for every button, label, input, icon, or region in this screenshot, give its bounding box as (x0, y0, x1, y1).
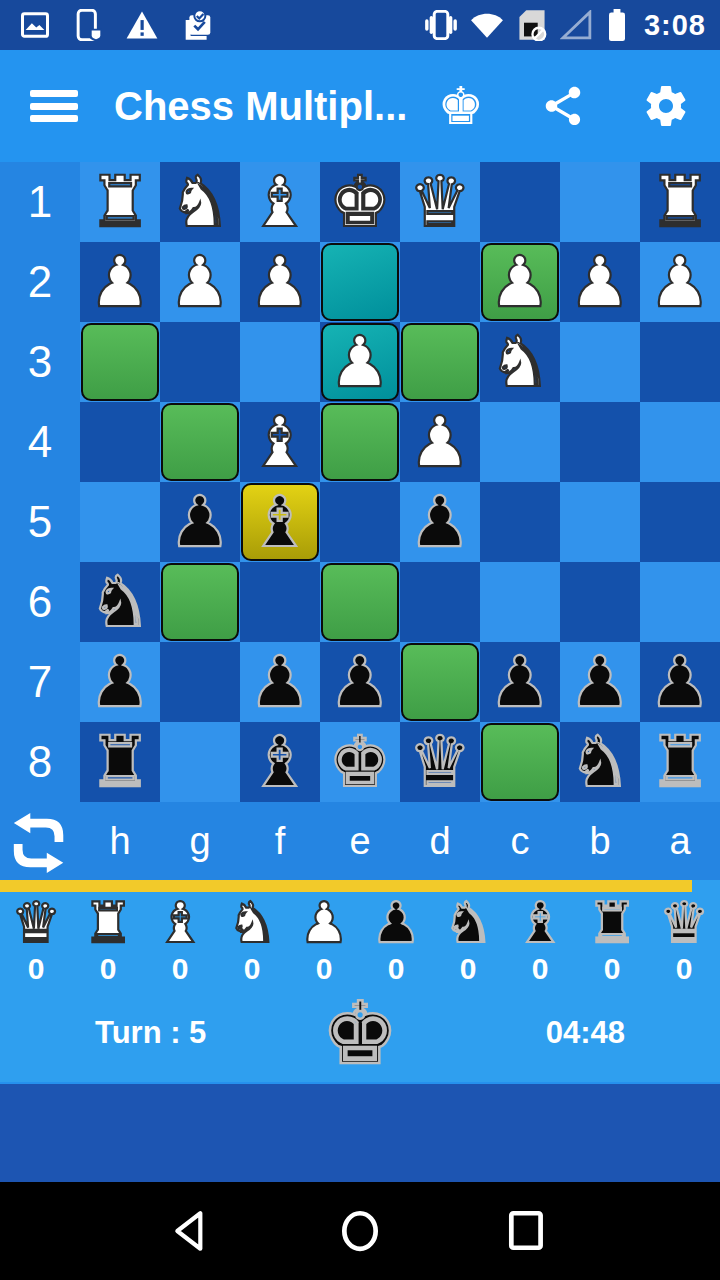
square-f2[interactable]: ♟ (240, 242, 320, 322)
square-g4[interactable] (160, 402, 240, 482)
piece-bp: ♟ (640, 642, 720, 722)
piece-wr: ♜ (640, 162, 720, 242)
android-nav-bar (0, 1182, 720, 1280)
square-a3[interactable] (640, 322, 720, 402)
square-c3[interactable]: ♞ (480, 322, 560, 402)
piece-wp: ♟ (560, 242, 640, 322)
square-h8[interactable]: ♜ (80, 722, 160, 802)
piece-br: ♜ (640, 722, 720, 802)
captured-piece-bb: ♝ (515, 892, 565, 954)
wifi-icon (470, 11, 504, 39)
square-b3[interactable] (560, 322, 640, 402)
rank-label-6: 6 (0, 562, 80, 642)
square-c8[interactable] (480, 722, 560, 802)
file-label-g: g (160, 820, 240, 863)
green-highlight (161, 403, 239, 481)
menu-icon[interactable] (30, 86, 78, 126)
square-h3[interactable] (80, 322, 160, 402)
square-e2[interactable] (320, 242, 400, 322)
square-c2[interactable]: ♟ (480, 242, 560, 322)
rank-label-8: 8 (0, 722, 80, 802)
square-b5[interactable] (560, 482, 640, 562)
captured-bn: ♞0 (432, 892, 504, 984)
captured-count: 0 (28, 954, 45, 984)
captured-piece-wr: ♜ (83, 892, 133, 954)
square-d8[interactable]: ♛ (400, 722, 480, 802)
captured-count: 0 (460, 954, 477, 984)
piece-wp: ♟ (80, 242, 160, 322)
square-f5[interactable]: ♝ (240, 482, 320, 562)
square-b6[interactable] (560, 562, 640, 642)
square-g1[interactable]: ♞ (160, 162, 240, 242)
square-g8[interactable] (160, 722, 240, 802)
captured-bq: ♛0 (648, 892, 720, 984)
file-label-c: c (480, 820, 560, 863)
piece-wn: ♞ (160, 162, 240, 242)
square-h2[interactable]: ♟ (80, 242, 160, 322)
piece-bb: ♝ (240, 722, 320, 802)
captured-piece-wq: ♛ (11, 892, 61, 954)
piece-bn: ♞ (560, 722, 640, 802)
square-e8[interactable]: ♚ (320, 722, 400, 802)
file-label-e: e (320, 820, 400, 863)
home-icon[interactable] (337, 1208, 383, 1254)
square-c4[interactable] (480, 402, 560, 482)
flip-board-icon[interactable] (0, 802, 80, 880)
captured-piece-bp: ♟ (371, 892, 421, 954)
teal-highlight (321, 243, 399, 321)
recents-icon[interactable] (504, 1208, 550, 1254)
file-label-h: h (80, 820, 160, 863)
square-a2[interactable]: ♟ (640, 242, 720, 322)
square-a8[interactable]: ♜ (640, 722, 720, 802)
piece-wb: ♝ (240, 402, 320, 482)
captured-count: 0 (388, 954, 405, 984)
captured-wq: ♛0 (0, 892, 72, 984)
square-a1[interactable]: ♜ (640, 162, 720, 242)
battery-icon (606, 9, 628, 41)
piece-bp: ♟ (240, 642, 320, 722)
piece-wp: ♟ (480, 242, 560, 322)
piece-wn: ♞ (480, 322, 560, 402)
square-e1[interactable]: ♚ (320, 162, 400, 242)
black-king-to-move-icon: ♚ (321, 983, 398, 1083)
square-e4[interactable] (320, 402, 400, 482)
captured-bp: ♟0 (360, 892, 432, 984)
piece-bk: ♚ (320, 722, 400, 802)
square-c7[interactable]: ♟ (480, 642, 560, 722)
rank-label-5: 5 (0, 482, 80, 562)
piece-wp: ♟ (320, 322, 400, 402)
square-g3[interactable] (160, 322, 240, 402)
piece-bp: ♟ (480, 642, 560, 722)
captured-count: 0 (244, 954, 261, 984)
square-a5[interactable] (640, 482, 720, 562)
green-highlight (401, 643, 479, 721)
file-label-b: b (560, 820, 640, 863)
file-label-a: a (640, 820, 720, 863)
square-g2[interactable]: ♟ (160, 242, 240, 322)
piece-bp: ♟ (320, 642, 400, 722)
piece-wp: ♟ (400, 402, 480, 482)
captured-pieces-tray: ♛0♜0♝0♞0♟0♟0♞0♝0♜0♛0 (0, 892, 720, 984)
green-highlight (481, 723, 559, 801)
rank-label-7: 7 (0, 642, 80, 722)
captured-wp: ♟0 (288, 892, 360, 984)
square-a4[interactable] (640, 402, 720, 482)
sim-card-icon (516, 9, 548, 41)
piece-bp: ♟ (80, 642, 160, 722)
piece-wq: ♛ (400, 162, 480, 242)
rank-label-1: 1 (0, 162, 80, 242)
piece-bp: ♟ (560, 642, 640, 722)
green-highlight (161, 563, 239, 641)
square-e7[interactable]: ♟ (320, 642, 400, 722)
share-icon[interactable] (540, 83, 586, 129)
signal-icon (560, 10, 594, 40)
square-f4[interactable]: ♝ (240, 402, 320, 482)
rank-label-3: 3 (0, 322, 80, 402)
square-d5[interactable]: ♟ (400, 482, 480, 562)
file-label-f: f (240, 820, 320, 863)
captured-piece-wn: ♞ (227, 892, 277, 954)
square-c5[interactable] (480, 482, 560, 562)
lower-band (0, 1082, 720, 1182)
square-e3[interactable]: ♟ (320, 322, 400, 402)
app-bar-actions: ♚ (437, 80, 690, 132)
square-b7[interactable]: ♟ (560, 642, 640, 722)
square-c6[interactable] (480, 562, 560, 642)
square-d6[interactable] (400, 562, 480, 642)
app-title: Chess Multipl... (114, 84, 437, 129)
square-g5[interactable]: ♟ (160, 482, 240, 562)
square-a7[interactable]: ♟ (640, 642, 720, 722)
square-c1[interactable] (480, 162, 560, 242)
captured-br: ♜0 (576, 892, 648, 984)
status-bar-left-icons (20, 9, 214, 41)
square-e5[interactable] (320, 482, 400, 562)
square-f6[interactable] (240, 562, 320, 642)
square-h7[interactable]: ♟ (80, 642, 160, 722)
captured-wb: ♝0 (144, 892, 216, 984)
square-d2[interactable] (400, 242, 480, 322)
piece-bq: ♛ (400, 722, 480, 802)
piece-bn: ♞ (80, 562, 160, 642)
game-timer: 04:48 (546, 1015, 625, 1051)
square-g6[interactable] (160, 562, 240, 642)
piece-bp: ♟ (400, 482, 480, 562)
rank-label-4: 4 (0, 402, 80, 482)
white-king-icon[interactable]: ♚ (437, 80, 484, 132)
captured-count: 0 (604, 954, 621, 984)
green-highlight (321, 563, 399, 641)
game-status-row: Turn : 5 ♚ 04:48 (0, 984, 720, 1082)
piece-wp: ♟ (160, 242, 240, 322)
captured-bb: ♝0 (504, 892, 576, 984)
square-d4[interactable]: ♟ (400, 402, 480, 482)
square-d7[interactable] (400, 642, 480, 722)
green-highlight (401, 323, 479, 401)
piece-bp: ♟ (160, 482, 240, 562)
captured-piece-wp: ♟ (299, 892, 349, 954)
clipboard-check-icon (182, 9, 214, 41)
file-label-d: d (400, 820, 480, 863)
status-bar-right: 3:08 (424, 9, 706, 42)
piece-wk: ♚ (320, 162, 400, 242)
captured-count: 0 (676, 954, 693, 984)
file-labels-row: hgfedcba (0, 802, 720, 880)
rank-label-2: 2 (0, 242, 80, 322)
phone-shield-icon (74, 9, 102, 41)
square-g7[interactable] (160, 642, 240, 722)
square-b2[interactable]: ♟ (560, 242, 640, 322)
warning-icon (126, 10, 158, 40)
captured-piece-bq: ♛ (659, 892, 709, 954)
captured-piece-br: ♜ (587, 892, 637, 954)
app-screen: 3:08 Chess Multipl... ♚ 1♜♞♝♚♛♜2♟♟♟♟♟♟3♟… (0, 0, 720, 1280)
piece-wp: ♟ (640, 242, 720, 322)
settings-icon[interactable] (642, 82, 690, 130)
square-b1[interactable] (560, 162, 640, 242)
captured-piece-bn: ♞ (443, 892, 493, 954)
square-h5[interactable] (80, 482, 160, 562)
square-a6[interactable] (640, 562, 720, 642)
square-b4[interactable] (560, 402, 640, 482)
piece-bb: ♝ (240, 482, 320, 562)
square-f3[interactable] (240, 322, 320, 402)
square-e6[interactable] (320, 562, 400, 642)
captured-count: 0 (316, 954, 333, 984)
piece-wb: ♝ (240, 162, 320, 242)
status-time: 3:08 (644, 9, 706, 42)
square-f7[interactable]: ♟ (240, 642, 320, 722)
square-d3[interactable] (400, 322, 480, 402)
status-bar: 3:08 (0, 0, 720, 50)
square-h1[interactable]: ♜ (80, 162, 160, 242)
square-h6[interactable]: ♞ (80, 562, 160, 642)
square-f1[interactable]: ♝ (240, 162, 320, 242)
square-h4[interactable] (80, 402, 160, 482)
captured-count: 0 (100, 954, 117, 984)
captured-count: 0 (532, 954, 549, 984)
chess-board: 1♜♞♝♚♛♜2♟♟♟♟♟♟3♟♞4♝♟5♟♝♟6♞7♟♟♟♟♟♟8♜♝♚♛♞♜ (0, 162, 720, 802)
captured-wn: ♞0 (216, 892, 288, 984)
piece-br: ♜ (80, 722, 160, 802)
square-d1[interactable]: ♛ (400, 162, 480, 242)
back-icon[interactable] (170, 1208, 216, 1254)
turn-label: Turn : 5 (95, 1015, 206, 1051)
green-highlight (81, 323, 159, 401)
screenshot-icon (20, 10, 50, 40)
captured-count: 0 (172, 954, 189, 984)
app-bar: Chess Multipl... ♚ (0, 50, 720, 162)
captured-piece-wb: ♝ (155, 892, 205, 954)
captured-wr: ♜0 (72, 892, 144, 984)
piece-wp: ♟ (240, 242, 320, 322)
square-f8[interactable]: ♝ (240, 722, 320, 802)
green-highlight (321, 403, 399, 481)
square-b8[interactable]: ♞ (560, 722, 640, 802)
piece-wr: ♜ (80, 162, 160, 242)
vibrate-icon (424, 10, 458, 40)
